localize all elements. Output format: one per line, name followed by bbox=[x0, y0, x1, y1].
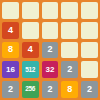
empty-cell-r1c2 bbox=[22, 2, 39, 19]
empty-cell-r4c5 bbox=[81, 61, 98, 78]
tile-2-r5c5: 2 bbox=[81, 81, 98, 98]
empty-cell-r2c2 bbox=[22, 22, 39, 39]
tile-16-r4c1: 16 bbox=[2, 61, 19, 78]
empty-cell-r3c4 bbox=[61, 42, 78, 59]
tile-32-r4c3: 32 bbox=[42, 61, 59, 78]
tile-256-r5c2: 256 bbox=[22, 81, 39, 98]
empty-cell-r1c3 bbox=[42, 2, 59, 19]
tile-8-r5c4: 8 bbox=[61, 81, 78, 98]
empty-cell-r1c4 bbox=[61, 2, 78, 19]
tile-2-r4c4: 2 bbox=[61, 61, 78, 78]
tile-2-r3c3: 2 bbox=[42, 42, 59, 59]
board-2048[interactable]: 4842165123222256282 bbox=[0, 0, 100, 100]
tile-2-r5c3: 2 bbox=[42, 81, 59, 98]
tile-4-r2c1: 4 bbox=[2, 22, 19, 39]
empty-cell-r1c5 bbox=[81, 2, 98, 19]
tile-8-r3c1: 8 bbox=[2, 42, 19, 59]
tile-2-r5c1: 2 bbox=[2, 81, 19, 98]
empty-cell-r2c5 bbox=[81, 22, 98, 39]
empty-cell-r2c4 bbox=[61, 22, 78, 39]
empty-cell-r1c1 bbox=[2, 2, 19, 19]
tile-512-r4c2: 512 bbox=[22, 61, 39, 78]
empty-cell-r2c3 bbox=[42, 22, 59, 39]
tile-4-r3c2: 4 bbox=[22, 42, 39, 59]
empty-cell-r3c5 bbox=[81, 42, 98, 59]
